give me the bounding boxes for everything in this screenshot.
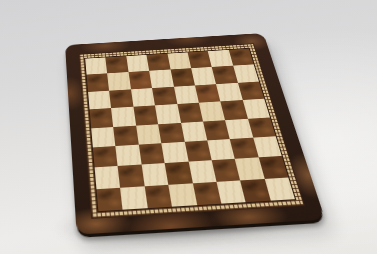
board-frame <box>65 33 325 235</box>
square-a4 <box>91 127 116 148</box>
square-c7 <box>128 71 152 89</box>
square-b4 <box>114 125 139 146</box>
square-h5 <box>242 99 269 119</box>
chess-board <box>63 5 297 239</box>
square-a6 <box>88 90 111 109</box>
square-h1 <box>264 177 295 201</box>
square-b3 <box>116 145 142 167</box>
square-a7 <box>87 74 110 92</box>
square-h7 <box>233 65 259 83</box>
square-c5 <box>133 105 158 125</box>
square-c1 <box>144 184 172 208</box>
square-c6 <box>131 88 155 107</box>
square-b6 <box>109 89 133 108</box>
square-h2 <box>258 156 288 178</box>
square-h3 <box>253 136 282 157</box>
square-b7 <box>107 72 130 90</box>
square-a2 <box>95 166 121 189</box>
square-a3 <box>93 146 118 168</box>
square-b1 <box>120 186 147 210</box>
square-a8 <box>85 57 107 74</box>
square-h6 <box>238 81 265 100</box>
square-h8 <box>228 49 253 66</box>
board-grid <box>84 48 296 212</box>
inlay-border <box>78 43 305 219</box>
square-c2 <box>141 163 168 186</box>
photo-background <box>0 0 377 254</box>
square-b5 <box>111 107 135 127</box>
square-b8 <box>106 56 129 73</box>
square-a5 <box>90 108 114 128</box>
square-c3 <box>139 143 165 165</box>
square-c4 <box>136 124 162 145</box>
board-perspective <box>63 5 297 239</box>
square-b2 <box>118 165 144 188</box>
square-c8 <box>126 55 149 72</box>
square-a1 <box>96 187 123 211</box>
square-h4 <box>247 117 275 137</box>
